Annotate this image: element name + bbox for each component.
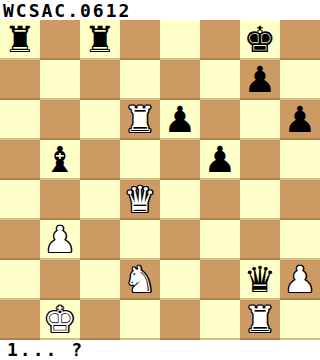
- square-d4[interactable]: ♛: [120, 180, 160, 220]
- square-e7[interactable]: [160, 60, 200, 100]
- square-d3[interactable]: [120, 220, 160, 260]
- square-g3[interactable]: [240, 220, 280, 260]
- square-b8[interactable]: [40, 20, 80, 60]
- square-g5[interactable]: [240, 140, 280, 180]
- square-h4[interactable]: [280, 180, 320, 220]
- square-a1[interactable]: [0, 300, 40, 340]
- square-e5[interactable]: [160, 140, 200, 180]
- square-g6[interactable]: [240, 100, 280, 140]
- piece-black-bishop[interactable]: ♝: [44, 140, 76, 180]
- piece-white-pawn[interactable]: ♟: [44, 220, 76, 260]
- square-g7[interactable]: ♟: [240, 60, 280, 100]
- square-d1[interactable]: [120, 300, 160, 340]
- square-b6[interactable]: [40, 100, 80, 140]
- piece-black-pawn[interactable]: ♟: [244, 60, 276, 100]
- square-a6[interactable]: [0, 100, 40, 140]
- square-g1[interactable]: ♜: [240, 300, 280, 340]
- piece-white-rook[interactable]: ♜: [124, 100, 156, 140]
- piece-black-pawn[interactable]: ♟: [164, 100, 196, 140]
- square-h6[interactable]: ♟: [280, 100, 320, 140]
- square-h3[interactable]: [280, 220, 320, 260]
- square-g2[interactable]: ♛: [240, 260, 280, 300]
- square-b5[interactable]: ♝: [40, 140, 80, 180]
- piece-black-rook[interactable]: ♜: [84, 20, 116, 60]
- square-a5[interactable]: [0, 140, 40, 180]
- square-d2[interactable]: ♞: [120, 260, 160, 300]
- square-a3[interactable]: [0, 220, 40, 260]
- square-e1[interactable]: [160, 300, 200, 340]
- move-prompt: 1... ?: [0, 340, 320, 360]
- square-c8[interactable]: ♜: [80, 20, 120, 60]
- square-b7[interactable]: [40, 60, 80, 100]
- puzzle-title: WCSAC.0612: [0, 0, 320, 20]
- square-f4[interactable]: [200, 180, 240, 220]
- square-f2[interactable]: [200, 260, 240, 300]
- square-c1[interactable]: [80, 300, 120, 340]
- piece-white-pawn[interactable]: ♟: [284, 260, 316, 300]
- square-b2[interactable]: [40, 260, 80, 300]
- piece-black-pawn[interactable]: ♟: [204, 140, 236, 180]
- square-d6[interactable]: ♜: [120, 100, 160, 140]
- square-f5[interactable]: ♟: [200, 140, 240, 180]
- square-d8[interactable]: [120, 20, 160, 60]
- piece-white-queen[interactable]: ♛: [124, 180, 156, 220]
- square-c5[interactable]: [80, 140, 120, 180]
- square-e3[interactable]: [160, 220, 200, 260]
- piece-white-king[interactable]: ♚: [44, 300, 76, 340]
- square-c4[interactable]: [80, 180, 120, 220]
- chess-board: ♜♜♚♟♜♟♟♝♟♛♟♞♛♟♚♜: [0, 20, 320, 340]
- square-h8[interactable]: [280, 20, 320, 60]
- piece-white-knight[interactable]: ♞: [124, 260, 156, 300]
- square-c2[interactable]: [80, 260, 120, 300]
- square-c3[interactable]: [80, 220, 120, 260]
- square-h7[interactable]: [280, 60, 320, 100]
- square-f7[interactable]: [200, 60, 240, 100]
- piece-white-rook[interactable]: ♜: [244, 300, 276, 340]
- square-e8[interactable]: [160, 20, 200, 60]
- square-f1[interactable]: [200, 300, 240, 340]
- piece-black-king[interactable]: ♚: [244, 20, 276, 60]
- square-a8[interactable]: ♜: [0, 20, 40, 60]
- square-d7[interactable]: [120, 60, 160, 100]
- square-e2[interactable]: [160, 260, 200, 300]
- square-g8[interactable]: ♚: [240, 20, 280, 60]
- square-b1[interactable]: ♚: [40, 300, 80, 340]
- square-e6[interactable]: ♟: [160, 100, 200, 140]
- square-h5[interactable]: [280, 140, 320, 180]
- square-g4[interactable]: [240, 180, 280, 220]
- square-b4[interactable]: [40, 180, 80, 220]
- square-b3[interactable]: ♟: [40, 220, 80, 260]
- square-d5[interactable]: [120, 140, 160, 180]
- piece-black-rook[interactable]: ♜: [4, 20, 36, 60]
- square-f3[interactable]: [200, 220, 240, 260]
- square-h1[interactable]: [280, 300, 320, 340]
- square-c6[interactable]: [80, 100, 120, 140]
- square-a4[interactable]: [0, 180, 40, 220]
- square-a7[interactable]: [0, 60, 40, 100]
- piece-black-pawn[interactable]: ♟: [284, 100, 316, 140]
- square-f6[interactable]: [200, 100, 240, 140]
- square-e4[interactable]: [160, 180, 200, 220]
- square-a2[interactable]: [0, 260, 40, 300]
- square-h2[interactable]: ♟: [280, 260, 320, 300]
- square-f8[interactable]: [200, 20, 240, 60]
- piece-black-queen[interactable]: ♛: [244, 260, 276, 300]
- square-c7[interactable]: [80, 60, 120, 100]
